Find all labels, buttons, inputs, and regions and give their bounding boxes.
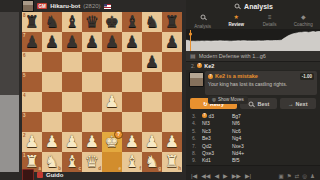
square-b1[interactable]: b♞ [42,152,62,172]
move-number: 2. [191,63,195,69]
evaluation-bar-black [0,12,19,95]
tab-analysis[interactable]: Analysis [186,13,220,29]
coord-label: e [118,166,121,171]
square-e8[interactable]: ♚ [102,12,122,32]
square-g2[interactable]: ♟ [142,132,162,152]
white-move[interactable]: Nf3 [202,120,228,126]
eval-badge: -1.00 [300,73,314,80]
black-pawn[interactable]: ♟ [162,31,182,51]
square-c7[interactable]: ♟ [62,32,82,52]
black-move[interactable]: Bg7 [232,113,258,119]
square-b5[interactable] [42,72,62,92]
magnifier-icon [200,13,206,19]
square-a6[interactable]: 6 [22,52,42,72]
black-pawn[interactable]: ♟ [62,31,82,51]
square-g1[interactable]: g♞ [142,152,162,172]
book-icon: ▤ [190,52,196,59]
player-bar-bottom: Guido [22,170,63,180]
square-e2[interactable]: ♚? [102,132,122,152]
player-rating-top: (2820) [83,3,100,9]
square-g6[interactable]: ♟ [142,52,162,72]
black-move[interactable]: Nc6 [232,128,258,134]
square-a7[interactable]: 7♟ [22,32,42,52]
square-f3[interactable] [122,112,142,132]
coord-label: 6 [23,53,26,58]
black-move[interactable]: Nxe3 [232,143,258,149]
square-f5[interactable] [122,72,142,92]
panel-header: Analysis [186,0,320,13]
white-move[interactable]: Be3 [202,135,228,141]
coord-label: 4 [23,93,26,98]
black-pawn[interactable]: ♟ [82,31,102,51]
move-number: 7. [192,143,200,149]
square-b2[interactable]: ♟ [42,132,62,152]
black-move[interactable]: Nd4+ [232,150,258,156]
pieces-icon[interactable]: ♟ [310,173,315,179]
white-pawn[interactable]: ♟ [142,131,162,151]
square-b4[interactable] [42,92,62,112]
square-b6[interactable] [42,52,62,72]
square-h7[interactable]: ♟ [162,32,182,52]
analysis-icon [234,3,240,9]
move-list-row: 5.Nc3Nc6 [186,127,320,134]
playback-controls: |◀◀◀◀▶▶▶▶| ▣⚑⇄◎♟ [186,165,320,180]
white-pawn[interactable]: ♟ [122,131,142,151]
square-e5[interactable] [102,72,122,92]
move-list-row: 8.Qxe3Nd4+ [186,149,320,156]
square-c3[interactable] [62,112,82,132]
player-name-bottom[interactable]: Guido [46,172,63,178]
square-e4[interactable]: ♟ [102,92,122,112]
square-g8[interactable]: ♞ [142,12,162,32]
move-list-row: 3.?d3Bg7 [186,112,320,119]
move-number: 3. [192,113,200,119]
square-f6[interactable] [122,52,142,72]
black-knight[interactable]: ♞ [42,11,62,31]
square-d4[interactable] [82,92,102,112]
square-d5[interactable] [82,72,102,92]
gm-title-badge: GM [37,3,47,9]
black-pawn[interactable]: ♟ [42,31,62,51]
square-h8[interactable]: ♜ [162,12,182,32]
diamond-icon: ◆ [301,14,306,21]
white-bishop[interactable]: ♝ [122,151,142,171]
square-f1[interactable]: f♝ [122,152,142,172]
nav-button[interactable]: |◀ [191,173,197,179]
flag-icon[interactable]: ⚑ [287,173,292,179]
player-flag-icon [37,172,43,178]
black-king[interactable]: ♚ [102,11,122,31]
black-bishop[interactable]: ♝ [122,11,142,31]
tab-details[interactable]: ≡ Details [253,13,287,29]
square-c8[interactable]: ♝ [62,12,82,32]
square-c1[interactable]: c♝ [62,152,82,172]
white-pawn[interactable]: ♟ [162,131,182,151]
nav-button[interactable]: ◀◀ [201,173,210,179]
square-e6[interactable] [102,52,122,72]
square-c2[interactable]: ♟ [62,132,82,152]
white-knight[interactable]: ♞ [42,151,62,171]
evaluation-bar [0,12,19,172]
square-h3[interactable] [162,112,182,132]
black-queen[interactable]: ♛ [82,11,102,31]
board-icon[interactable]: ▣ [279,173,284,179]
move-list-row: 9.Kd1Bf5 [186,157,320,164]
coord-label: 5 [23,73,26,78]
move-number: 6. [192,135,200,141]
square-a2[interactable]: 2♟ [22,132,42,152]
square-e1[interactable]: e [102,152,122,172]
avatar-bottom[interactable] [22,169,34,180]
app-window: GM Hikaru-bot (2820) 8♜♞♝♛♚♝♞♜7♟♟♟♟♟♟♟6♟… [0,0,320,180]
square-d6[interactable] [82,52,102,72]
tab-review[interactable]: ★ Review [220,13,254,29]
black-move[interactable]: Ng4 [232,135,258,141]
black-pawn[interactable]: ♟ [122,31,142,51]
black-rook[interactable]: ♜ [162,11,182,31]
coord-label: 3 [23,113,26,118]
white-move[interactable]: Qd2 [202,143,228,149]
square-b7[interactable]: ♟ [42,32,62,52]
chess-board[interactable]: 8♜♞♝♛♚♝♞♜7♟♟♟♟♟♟♟6♟54♟32♟♟♟♟♚?♟♟♟1a♜b♞c♝… [22,12,182,172]
white-pawn[interactable]: ♟ [22,131,42,151]
share-icon[interactable]: ⇄ [295,173,300,179]
move-san: Ke2 [204,63,214,69]
white-pawn[interactable]: ♟ [82,131,102,151]
square-e3[interactable] [102,112,122,132]
square-d1[interactable]: d♛ [82,152,102,172]
square-c4[interactable] [62,92,82,112]
square-d2[interactable]: ♟ [82,132,102,152]
white-rook[interactable]: ♜ [162,151,182,171]
nav-button[interactable]: ▶ [223,173,228,179]
white-pawn[interactable]: ♟ [42,131,62,151]
black-bishop[interactable]: ♝ [62,11,82,31]
square-d8[interactable]: ♛ [82,12,102,32]
mistake-badge-icon: ? [202,113,207,118]
coach-avatar [189,72,204,87]
move-list-row: 7.Qd2Nxe3 [186,142,320,149]
white-move[interactable]: ?d3 [202,113,228,119]
tab-bar: Analysis ★ Review ≡ Details ◆ Coaching [186,13,320,30]
mistake-badge-icon: ? [197,63,202,68]
toolbar-icons: ▣⚑⇄◎♟ [276,164,316,180]
white-pawn[interactable]: ♟ [62,131,82,151]
white-move[interactable]: Kd1 [202,157,228,163]
square-b3[interactable] [42,112,62,132]
white-bishop[interactable]: ♝ [62,151,82,171]
square-f7[interactable]: ♟ [122,32,142,52]
magnifier-icon [248,100,254,106]
nav-button[interactable]: ◀ [214,173,219,179]
black-pawn[interactable]: ♟ [102,31,122,51]
move-number: 8. [192,150,200,156]
mistake-badge-icon: ? [208,74,213,79]
coach-comment: Your king has lost its castling rights. [208,81,314,87]
black-knight[interactable]: ♞ [142,11,162,31]
move-list-row: 6.Be3Ng4 [186,134,320,141]
move-number: 5. [192,128,200,134]
player-name-top[interactable]: Hikaru-bot [50,3,80,9]
panel-title: Analysis [244,3,273,10]
square-h5[interactable] [162,72,182,92]
square-a4[interactable]: 4 [22,92,42,112]
square-h4[interactable] [162,92,182,112]
square-a3[interactable]: 3 [22,112,42,132]
star-icon: ★ [234,14,239,21]
square-h1[interactable]: h♜ [162,152,182,172]
square-g7[interactable] [142,32,162,52]
square-c5[interactable] [62,72,82,92]
square-f2[interactable]: ♟ [122,132,142,152]
square-g3[interactable] [142,112,162,132]
square-b8[interactable]: ♞ [42,12,62,32]
square-d3[interactable] [82,112,102,132]
square-a8[interactable]: 8♜ [22,12,42,32]
black-move[interactable]: Nf6 [232,120,258,126]
square-d7[interactable]: ♟ [82,32,102,52]
eval-graph-svg [186,30,320,51]
coach-card: ? Ke2 is a mistake -1.00 Your king has l… [205,71,317,95]
black-move[interactable]: Bf5 [232,157,258,163]
move-number: 9. [192,157,200,163]
current-move-row[interactable]: 2. ? Ke2 [186,62,320,70]
white-move[interactable]: Qxe3 [202,150,228,156]
square-f4[interactable] [122,92,142,112]
white-knight[interactable]: ♞ [142,151,162,171]
country-flag-icon [104,4,111,9]
black-pawn[interactable]: ♟ [142,51,162,71]
white-pawn[interactable]: ♟ [102,91,122,111]
move-number: 4. [192,120,200,126]
white-move[interactable]: Nc3 [202,128,228,134]
square-h6[interactable] [162,52,182,72]
square-g4[interactable] [142,92,162,112]
white-rook[interactable]: ♜ [22,151,42,171]
move-list[interactable]: 3.?d3Bg74.Nf3Nf65.Nc3Nc66.Be3Ng47.Qd2Nxe… [186,111,320,165]
move-list-row: 4.Nf3Nf6 [186,120,320,127]
black-pawn[interactable]: ♟ [22,31,42,51]
black-rook[interactable]: ♜ [22,11,42,31]
opening-row[interactable]: ▤ Modern Defense with 1...g6 [186,51,320,63]
square-e7[interactable]: ♟ [102,32,122,52]
coach-headline: Ke2 is a mistake [215,73,298,79]
white-queen[interactable]: ♛ [82,151,102,171]
evaluation-bar-white [0,95,19,172]
square-h2[interactable]: ♟ [162,132,182,152]
coach-section: ? Ke2 is a mistake -1.00 Your king has l… [186,70,320,96]
eval-graph[interactable] [186,30,320,51]
square-g5[interactable] [142,72,162,92]
mistake-badge-icon: ? [114,130,123,139]
tab-coaching[interactable]: ◆ Coaching [287,13,320,29]
square-f8[interactable]: ♝ [122,12,142,32]
square-c6[interactable] [62,52,82,72]
list-icon: ≡ [268,14,272,21]
analysis-panel: Analysis Analysis ★ Review ≡ Details ◆ C… [186,0,320,180]
nav-button[interactable]: ▶▶ [232,173,241,179]
eye-icon[interactable]: ◎ [302,173,307,179]
eye-icon: ◎ [212,97,216,102]
nav-buttons: |◀◀◀◀▶▶▶▶| [191,164,255,180]
show-moves-button[interactable]: ◎ Show Moves [208,96,248,104]
square-a5[interactable]: 5 [22,72,42,92]
opening-name: Modern Defense with 1...g6 [199,53,266,59]
nav-button[interactable]: ▶| [245,173,251,179]
